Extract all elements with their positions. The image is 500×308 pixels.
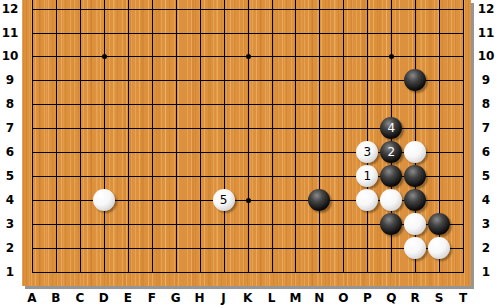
grid-line-col-K (248, 0, 249, 273)
col-label-M: M (285, 290, 305, 306)
grid-line-col-M (295, 0, 296, 273)
col-label-G: G (166, 290, 186, 306)
row-label-right-4: 4 (474, 192, 498, 208)
grid-line-row-12 (32, 9, 464, 10)
col-label-F: F (142, 290, 162, 306)
row-label-right-10: 10 (474, 48, 498, 64)
grid-line-col-J (224, 0, 225, 273)
row-label-left-10: 10 (0, 48, 20, 64)
row-label-right-11: 11 (474, 25, 498, 41)
row-label-left-7: 7 (0, 120, 20, 136)
grid-line-row-11 (32, 33, 464, 34)
board-surface[interactable] (22, 0, 471, 286)
col-label-T: T (453, 290, 473, 306)
grid-line-col-P (367, 0, 368, 273)
col-label-C: C (70, 290, 90, 306)
grid-line-col-T (463, 0, 464, 273)
col-label-O: O (333, 290, 353, 306)
grid-line-col-O (343, 0, 344, 273)
grid-line-col-N (319, 0, 320, 273)
grid-line-col-H (200, 0, 201, 273)
star-point-K4 (246, 198, 251, 203)
row-label-right-6: 6 (474, 144, 498, 160)
move-number-label: 2 (387, 146, 395, 158)
col-label-S: S (429, 290, 449, 306)
move-number-label: 4 (387, 122, 395, 134)
row-label-left-9: 9 (0, 72, 20, 88)
row-label-right-3: 3 (474, 216, 498, 232)
row-label-right-8: 8 (474, 96, 498, 112)
grid-line-col-A (32, 0, 33, 273)
stone-white-J4-move-5[interactable]: 5 (213, 189, 235, 211)
row-label-right-5: 5 (474, 168, 498, 184)
row-label-left-1: 1 (0, 264, 20, 280)
row-label-right-1: 1 (474, 264, 498, 280)
col-label-R: R (405, 290, 425, 306)
row-label-left-4: 4 (0, 192, 20, 208)
row-label-right-9: 9 (474, 72, 498, 88)
col-label-L: L (262, 290, 282, 306)
row-label-left-12: 12 (0, 1, 20, 17)
row-label-left-8: 8 (0, 96, 20, 112)
grid-line-col-F (152, 0, 153, 273)
col-label-K: K (238, 290, 258, 306)
col-label-A: A (22, 290, 42, 306)
grid-line-row-2 (32, 248, 464, 249)
row-label-right-12: 12 (474, 1, 498, 17)
stone-white-D4[interactable] (93, 189, 115, 211)
grid-line-row-1 (32, 272, 464, 273)
col-label-P: P (357, 290, 377, 306)
grid-line-row-9 (32, 80, 464, 81)
grid-line-col-E (128, 0, 129, 273)
row-label-left-2: 2 (0, 240, 20, 256)
col-label-J: J (214, 290, 234, 306)
move-number-label: 1 (363, 170, 371, 182)
grid-line-col-D (104, 0, 105, 273)
grid-line-row-8 (32, 104, 464, 105)
row-label-left-11: 11 (0, 25, 20, 41)
move-number-label: 3 (363, 146, 371, 158)
col-label-N: N (309, 290, 329, 306)
grid-line-col-B (56, 0, 57, 273)
col-label-D: D (94, 290, 114, 306)
row-label-right-2: 2 (474, 240, 498, 256)
col-label-E: E (118, 290, 138, 306)
move-number-label: 5 (220, 194, 228, 206)
col-label-B: B (46, 290, 66, 306)
row-label-left-3: 3 (0, 216, 20, 232)
col-label-H: H (190, 290, 210, 306)
row-label-right-7: 7 (474, 120, 498, 136)
col-label-Q: Q (381, 290, 401, 306)
row-label-left-5: 5 (0, 168, 20, 184)
grid-line-col-L (272, 0, 273, 273)
grid-line-col-C (80, 0, 81, 273)
grid-line-col-G (176, 0, 177, 273)
row-label-left-6: 6 (0, 144, 20, 160)
go-board-diagram: 121211111010998877665544332211ABCDEFGHJK… (0, 0, 500, 308)
